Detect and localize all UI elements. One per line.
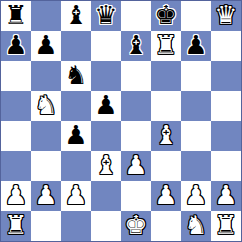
square-d6[interactable] [91,61,121,91]
white-rook[interactable]: ♜ [214,211,237,240]
square-c1[interactable] [61,211,91,241]
square-d8[interactable]: ♛ [91,1,121,31]
square-h6[interactable] [211,61,241,91]
square-h8[interactable]: ♛ [211,1,241,31]
black-pawn[interactable]: ♟ [64,121,87,150]
square-g5[interactable] [181,91,211,121]
square-b8[interactable] [31,1,61,31]
black-bishop[interactable]: ♝ [64,1,87,30]
square-a6[interactable] [1,61,31,91]
square-h7[interactable] [211,31,241,61]
square-e8[interactable] [121,1,151,31]
black-knight[interactable]: ♞ [64,61,87,90]
white-knight[interactable]: ♞ [34,91,57,120]
square-g7[interactable]: ♟ [181,31,211,61]
square-g1[interactable]: ♞ [181,211,211,241]
square-f1[interactable] [151,211,181,241]
square-g6[interactable] [181,61,211,91]
white-pawn[interactable]: ♟ [154,181,177,210]
square-a8[interactable]: ♜ [1,1,31,31]
square-b1[interactable] [31,211,61,241]
square-h3[interactable] [211,151,241,181]
square-f8[interactable]: ♚ [151,1,181,31]
square-b5[interactable]: ♞ [31,91,61,121]
square-f5[interactable] [151,91,181,121]
square-a7[interactable]: ♟ [1,31,31,61]
white-king[interactable]: ♚ [124,211,147,240]
square-a4[interactable] [1,121,31,151]
square-c5[interactable] [61,91,91,121]
white-pawn[interactable]: ♟ [64,181,87,210]
square-g3[interactable] [181,151,211,181]
square-e3[interactable]: ♟ [121,151,151,181]
square-h2[interactable]: ♟ [211,181,241,211]
square-f2[interactable]: ♟ [151,181,181,211]
square-c2[interactable]: ♟ [61,181,91,211]
white-pawn[interactable]: ♟ [34,181,57,210]
white-bishop[interactable]: ♝ [94,151,117,180]
square-g4[interactable] [181,121,211,151]
black-pawn[interactable]: ♟ [4,31,27,60]
square-c6[interactable]: ♞ [61,61,91,91]
black-pawn[interactable]: ♟ [184,31,207,60]
square-d7[interactable] [91,31,121,61]
black-pawn[interactable]: ♟ [34,31,57,60]
square-b4[interactable] [31,121,61,151]
white-knight[interactable]: ♞ [184,211,207,240]
black-rook[interactable]: ♜ [4,1,27,30]
square-e5[interactable] [121,91,151,121]
square-g2[interactable]: ♟ [181,181,211,211]
square-g8[interactable] [181,1,211,31]
white-pawn[interactable]: ♟ [4,181,27,210]
square-a2[interactable]: ♟ [1,181,31,211]
square-e2[interactable] [121,181,151,211]
square-b7[interactable]: ♟ [31,31,61,61]
white-pawn[interactable]: ♟ [214,181,237,210]
square-b2[interactable]: ♟ [31,181,61,211]
white-pawn[interactable]: ♟ [184,181,207,210]
square-c7[interactable] [61,31,91,61]
white-rook[interactable]: ♜ [154,31,177,60]
square-h5[interactable] [211,91,241,121]
chess-board: ♜♝♛♚♛♟♟♝♜♟♞♞♟♟♝♝♟♟♟♟♟♟♟♜♚♞♜ [0,0,242,242]
square-d2[interactable] [91,181,121,211]
square-e1[interactable]: ♚ [121,211,151,241]
square-f6[interactable] [151,61,181,91]
white-queen[interactable]: ♛ [214,1,237,30]
black-king[interactable]: ♚ [154,1,177,30]
square-a1[interactable]: ♜ [1,211,31,241]
square-e7[interactable]: ♝ [121,31,151,61]
white-rook[interactable]: ♜ [4,211,27,240]
black-queen[interactable]: ♛ [94,1,117,30]
square-d1[interactable] [91,211,121,241]
square-f7[interactable]: ♜ [151,31,181,61]
white-bishop[interactable]: ♝ [154,121,177,150]
square-h4[interactable] [211,121,241,151]
square-c3[interactable] [61,151,91,181]
square-a5[interactable] [1,91,31,121]
black-pawn[interactable]: ♟ [94,91,117,120]
square-e6[interactable] [121,61,151,91]
square-d3[interactable]: ♝ [91,151,121,181]
square-f4[interactable]: ♝ [151,121,181,151]
square-d4[interactable] [91,121,121,151]
square-c8[interactable]: ♝ [61,1,91,31]
square-h1[interactable]: ♜ [211,211,241,241]
square-b3[interactable] [31,151,61,181]
white-pawn[interactable]: ♟ [124,151,147,180]
square-b6[interactable] [31,61,61,91]
black-bishop[interactable]: ♝ [124,31,147,60]
square-f3[interactable] [151,151,181,181]
square-e4[interactable] [121,121,151,151]
square-c4[interactable]: ♟ [61,121,91,151]
square-d5[interactable]: ♟ [91,91,121,121]
square-a3[interactable] [1,151,31,181]
